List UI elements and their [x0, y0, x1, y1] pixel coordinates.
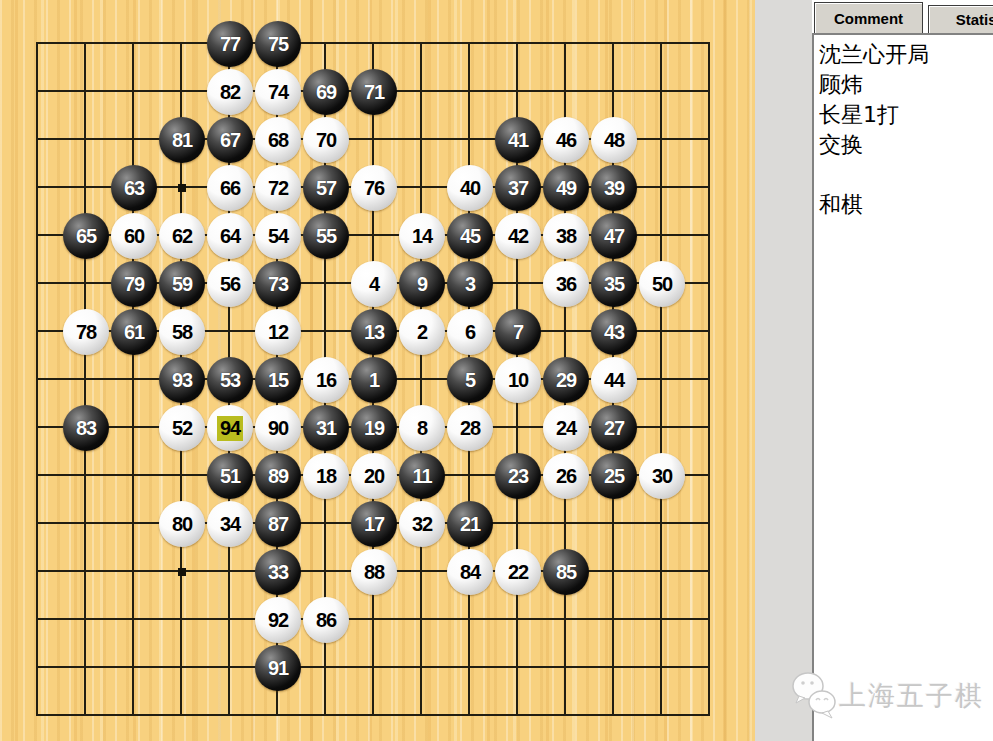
stone-34-white: 34	[207, 501, 253, 547]
stone-number: 22	[508, 561, 528, 584]
stone-10-white: 10	[495, 357, 541, 403]
stone-2-white: 2	[399, 309, 445, 355]
star-point	[178, 184, 186, 192]
stone-number: 80	[172, 513, 192, 536]
stone-number: 27	[604, 417, 624, 440]
stone-64-white: 64	[207, 213, 253, 259]
stone-number: 44	[604, 369, 624, 392]
stone-number: 3	[465, 273, 475, 296]
stone-number: 53	[220, 369, 240, 392]
stone-number: 46	[556, 129, 576, 152]
stone-55-black: 55	[303, 213, 349, 259]
stone-number: 51	[220, 465, 240, 488]
stone-number: 71	[364, 81, 384, 104]
stone-number: 21	[460, 513, 480, 536]
stone-77-black: 77	[207, 21, 253, 67]
stone-13-black: 13	[351, 309, 397, 355]
stone-86-white: 86	[303, 597, 349, 643]
stone-73-black: 73	[255, 261, 301, 307]
stone-number: 47	[604, 225, 624, 248]
stone-3-black: 3	[447, 261, 493, 307]
stone-17-black: 17	[351, 501, 397, 547]
stone-37-black: 37	[495, 165, 541, 211]
stone-79-black: 79	[111, 261, 157, 307]
stone-number: 41	[508, 129, 528, 152]
stone-38-white: 38	[543, 213, 589, 259]
stone-number: 2	[417, 321, 427, 344]
stone-4-white: 4	[351, 261, 397, 307]
stone-number: 78	[76, 321, 96, 344]
stone-number: 93	[172, 369, 192, 392]
stone-43-black: 43	[591, 309, 637, 355]
stone-number: 52	[172, 417, 192, 440]
stone-number: 58	[172, 321, 192, 344]
stone-number: 92	[268, 609, 288, 632]
stone-88-white: 88	[351, 549, 397, 595]
stone-number: 49	[556, 177, 576, 200]
stone-21-black: 21	[447, 501, 493, 547]
stone-number: 14	[412, 225, 432, 248]
stone-85-black: 85	[543, 549, 589, 595]
stone-number: 88	[364, 561, 384, 584]
stone-35-black: 35	[591, 261, 637, 307]
stone-12-white: 12	[255, 309, 301, 355]
stone-number: 86	[316, 609, 336, 632]
stone-number: 40	[460, 177, 480, 200]
stone-59-black: 59	[159, 261, 205, 307]
stone-number: 32	[412, 513, 432, 536]
tab-comment[interactable]: Comment	[814, 2, 923, 33]
stone-91-black: 91	[255, 645, 301, 691]
stone-47-black: 47	[591, 213, 637, 259]
stone-number: 42	[508, 225, 528, 248]
stone-18-white: 18	[303, 453, 349, 499]
stone-number: 13	[364, 321, 384, 344]
stone-15-black: 15	[255, 357, 301, 403]
stone-7-black: 7	[495, 309, 541, 355]
stone-number: 56	[220, 273, 240, 296]
stone-number: 9	[417, 273, 427, 296]
stone-23-black: 23	[495, 453, 541, 499]
stone-46-white: 46	[543, 117, 589, 163]
stone-number: 75	[268, 33, 288, 56]
stone-number: 63	[124, 177, 144, 200]
stone-number: 18	[316, 465, 336, 488]
star-point	[178, 568, 186, 576]
app-window: 1234567891011121314151617181920212223242…	[0, 0, 993, 741]
stone-number: 25	[604, 465, 624, 488]
stone-48-white: 48	[591, 117, 637, 163]
stone-number: 85	[556, 561, 576, 584]
stone-number: 17	[364, 513, 384, 536]
stone-number: 5	[465, 369, 475, 392]
stone-number: 36	[556, 273, 576, 296]
stone-61-black: 61	[111, 309, 157, 355]
stone-71-black: 71	[351, 69, 397, 115]
stone-number: 28	[460, 417, 480, 440]
stone-40-white: 40	[447, 165, 493, 211]
stone-number: 84	[460, 561, 480, 584]
stone-8-white: 8	[399, 405, 445, 451]
side-panel: Comment Statistics 沈兰心开局 顾炜 长星1打 交换 和棋	[812, 0, 993, 741]
stone-number: 61	[124, 321, 144, 344]
stone-number: 62	[172, 225, 192, 248]
stone-25-black: 25	[591, 453, 637, 499]
stone-49-black: 49	[543, 165, 589, 211]
stone-number: 68	[268, 129, 288, 152]
stone-65-black: 65	[63, 213, 109, 259]
stone-number: 89	[268, 465, 288, 488]
gomoku-board-canvas[interactable]: 1234567891011121314151617181920212223242…	[0, 0, 755, 741]
stone-number: 73	[268, 273, 288, 296]
stone-63-black: 63	[111, 165, 157, 211]
stone-number: 54	[268, 225, 288, 248]
stone-number: 8	[417, 417, 427, 440]
stone-36-white: 36	[543, 261, 589, 307]
stone-27-black: 27	[591, 405, 637, 451]
stone-9-black: 9	[399, 261, 445, 307]
stone-6-white: 6	[447, 309, 493, 355]
stone-76-white: 76	[351, 165, 397, 211]
stone-62-white: 62	[159, 213, 205, 259]
stone-72-white: 72	[255, 165, 301, 211]
stone-5-black: 5	[447, 357, 493, 403]
stone-number: 74	[268, 81, 288, 104]
stone-number: 82	[220, 81, 240, 104]
stone-number: 77	[220, 33, 240, 56]
stone-67-black: 67	[207, 117, 253, 163]
stone-92-white: 92	[255, 597, 301, 643]
stone-number: 30	[652, 465, 672, 488]
stone-number: 79	[124, 273, 144, 296]
stone-number: 1	[369, 369, 379, 392]
stone-29-black: 29	[543, 357, 589, 403]
stone-89-black: 89	[255, 453, 301, 499]
stone-75-black: 75	[255, 21, 301, 67]
stone-number: 29	[556, 369, 576, 392]
panel-gutter	[755, 0, 812, 741]
stone-number: 45	[460, 225, 480, 248]
stone-41-black: 41	[495, 117, 541, 163]
stone-number: 90	[268, 417, 288, 440]
stone-number: 59	[172, 273, 192, 296]
stone-84-white: 84	[447, 549, 493, 595]
stone-14-white: 14	[399, 213, 445, 259]
stone-32-white: 32	[399, 501, 445, 547]
stone-68-white: 68	[255, 117, 301, 163]
stone-19-black: 19	[351, 405, 397, 451]
stone-58-white: 58	[159, 309, 205, 355]
stone-69-black: 69	[303, 69, 349, 115]
stone-number: 76	[364, 177, 384, 200]
stone-11-black: 11	[399, 453, 445, 499]
stone-30-white: 30	[639, 453, 685, 499]
stone-number: 57	[316, 177, 336, 200]
stone-74-white: 74	[255, 69, 301, 115]
stone-number: 12	[268, 321, 288, 344]
stone-number: 16	[316, 369, 336, 392]
stone-number: 10	[508, 369, 528, 392]
stone-number: 83	[76, 417, 96, 440]
stone-57-black: 57	[303, 165, 349, 211]
stone-78-white: 78	[63, 309, 109, 355]
last-move-highlight: 94	[217, 416, 243, 441]
stone-70-white: 70	[303, 117, 349, 163]
stone-number: 67	[220, 129, 240, 152]
stone-44-white: 44	[591, 357, 637, 403]
stone-51-black: 51	[207, 453, 253, 499]
stone-24-white: 24	[543, 405, 589, 451]
stone-number: 26	[556, 465, 576, 488]
stone-number: 43	[604, 321, 624, 344]
stone-number: 7	[513, 321, 523, 344]
stone-number: 37	[508, 177, 528, 200]
stone-87-black: 87	[255, 501, 301, 547]
stone-number: 35	[604, 273, 624, 296]
stone-number: 48	[604, 129, 624, 152]
stone-number: 70	[316, 129, 336, 152]
stone-42-white: 42	[495, 213, 541, 259]
stone-number: 66	[220, 177, 240, 200]
stone-number: 60	[124, 225, 144, 248]
stone-81-black: 81	[159, 117, 205, 163]
stone-number: 64	[220, 225, 240, 248]
stone-number: 4	[369, 273, 379, 296]
stone-90-white: 90	[255, 405, 301, 451]
stone-number: 87	[268, 513, 288, 536]
stone-56-white: 56	[207, 261, 253, 307]
stone-number: 6	[465, 321, 475, 344]
stone-1-black: 1	[351, 357, 397, 403]
stone-number: 91	[268, 657, 288, 680]
stone-number: 31	[316, 417, 336, 440]
stone-54-white: 54	[255, 213, 301, 259]
stone-number: 39	[604, 177, 624, 200]
stone-number: 15	[268, 369, 288, 392]
stone-94-white: 94	[207, 405, 253, 451]
stone-number: 33	[268, 561, 288, 584]
stone-39-black: 39	[591, 165, 637, 211]
stone-66-white: 66	[207, 165, 253, 211]
stone-number: 19	[364, 417, 384, 440]
stone-52-white: 52	[159, 405, 205, 451]
stone-33-black: 33	[255, 549, 301, 595]
stone-number: 65	[76, 225, 96, 248]
stone-53-black: 53	[207, 357, 253, 403]
stone-20-white: 20	[351, 453, 397, 499]
stone-number: 55	[316, 225, 336, 248]
stone-number: 11	[412, 465, 431, 488]
stone-number: 50	[652, 273, 672, 296]
stone-60-white: 60	[111, 213, 157, 259]
stone-number: 20	[364, 465, 384, 488]
stone-number: 72	[268, 177, 288, 200]
stone-93-black: 93	[159, 357, 205, 403]
stone-16-white: 16	[303, 357, 349, 403]
stone-22-white: 22	[495, 549, 541, 595]
stone-45-black: 45	[447, 213, 493, 259]
comment-text-area[interactable]: 沈兰心开局 顾炜 长星1打 交换 和棋	[812, 33, 993, 741]
stone-50-white: 50	[639, 261, 685, 307]
stone-number: 34	[220, 513, 240, 536]
stone-28-white: 28	[447, 405, 493, 451]
stone-number: 81	[172, 129, 192, 152]
stone-number: 23	[508, 465, 528, 488]
stone-number: 38	[556, 225, 576, 248]
stone-31-black: 31	[303, 405, 349, 451]
stone-number: 24	[556, 417, 576, 440]
stone-number: 69	[316, 81, 336, 104]
stone-26-white: 26	[543, 453, 589, 499]
stone-83-black: 83	[63, 405, 109, 451]
stone-80-white: 80	[159, 501, 205, 547]
tab-statistics[interactable]: Statistics	[928, 5, 993, 33]
stone-82-white: 82	[207, 69, 253, 115]
